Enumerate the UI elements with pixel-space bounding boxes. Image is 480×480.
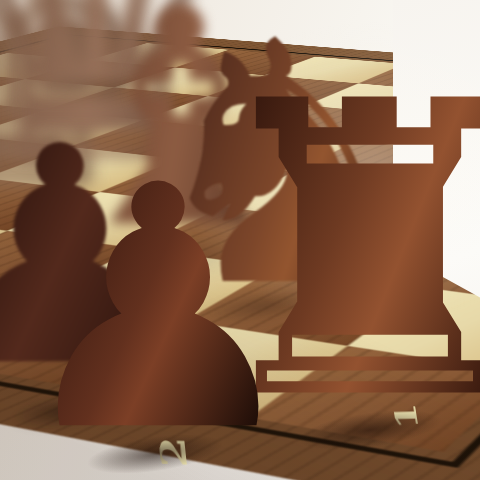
chess-photo-scene: 2 1 ♚ ♛ ♝ ♞ ♜ ♟ ♟ [0, 0, 480, 480]
piece-rosewood-pawn-a2[interactable]: ♟ [8, 142, 303, 477]
